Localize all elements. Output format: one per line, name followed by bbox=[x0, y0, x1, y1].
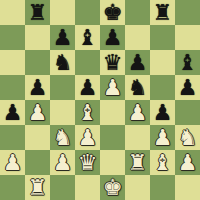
piece-black-knight[interactable]: ♞ bbox=[53, 50, 73, 75]
square-e8[interactable]: ♚ bbox=[100, 0, 125, 25]
square-f2[interactable]: ♜ bbox=[125, 150, 150, 175]
piece-white-queen[interactable]: ♛ bbox=[78, 150, 98, 175]
piece-black-pawn[interactable]: ♟ bbox=[103, 25, 123, 50]
square-b1[interactable]: ♜ bbox=[25, 175, 50, 200]
square-c7[interactable]: ♟ bbox=[50, 25, 75, 50]
square-f8[interactable] bbox=[125, 0, 150, 25]
square-h7[interactable] bbox=[175, 25, 200, 50]
piece-black-pawn[interactable]: ♟ bbox=[53, 25, 73, 50]
square-c6[interactable]: ♞ bbox=[50, 50, 75, 75]
square-h1[interactable] bbox=[175, 175, 200, 200]
piece-black-pawn[interactable]: ♟ bbox=[78, 75, 98, 100]
square-h8[interactable] bbox=[175, 0, 200, 25]
piece-white-pawn[interactable]: ♟ bbox=[53, 150, 73, 175]
piece-black-rook[interactable]: ♜ bbox=[153, 0, 173, 25]
piece-white-knight[interactable]: ♞ bbox=[178, 125, 198, 150]
square-c2[interactable]: ♟ bbox=[50, 150, 75, 175]
piece-black-pawn[interactable]: ♟ bbox=[128, 50, 148, 75]
square-g2[interactable]: ♝ bbox=[150, 150, 175, 175]
square-a7[interactable] bbox=[0, 25, 25, 50]
square-a4[interactable]: ♟ bbox=[0, 100, 25, 125]
piece-white-bishop[interactable]: ♝ bbox=[153, 150, 173, 175]
square-e7[interactable]: ♟ bbox=[100, 25, 125, 50]
square-b2[interactable] bbox=[25, 150, 50, 175]
square-d4[interactable]: ♝ bbox=[75, 100, 100, 125]
piece-white-rook[interactable]: ♜ bbox=[128, 150, 148, 175]
square-d1[interactable] bbox=[75, 175, 100, 200]
square-a8[interactable] bbox=[0, 0, 25, 25]
square-c3[interactable]: ♞ bbox=[50, 125, 75, 150]
piece-black-queen[interactable]: ♛ bbox=[103, 50, 123, 75]
square-d2[interactable]: ♛ bbox=[75, 150, 100, 175]
square-g6[interactable] bbox=[150, 50, 175, 75]
piece-white-bishop[interactable]: ♝ bbox=[78, 100, 98, 125]
square-f7[interactable] bbox=[125, 25, 150, 50]
square-b7[interactable] bbox=[25, 25, 50, 50]
square-b5[interactable]: ♟ bbox=[25, 75, 50, 100]
piece-white-knight[interactable]: ♞ bbox=[53, 125, 73, 150]
square-f5[interactable]: ♞ bbox=[125, 75, 150, 100]
square-a6[interactable] bbox=[0, 50, 25, 75]
square-b6[interactable] bbox=[25, 50, 50, 75]
square-d5[interactable]: ♟ bbox=[75, 75, 100, 100]
square-h3[interactable]: ♞ bbox=[175, 125, 200, 150]
square-d8[interactable] bbox=[75, 0, 100, 25]
square-e5[interactable]: ♟ bbox=[100, 75, 125, 100]
square-g3[interactable]: ♟ bbox=[150, 125, 175, 150]
piece-black-pawn[interactable]: ♟ bbox=[3, 100, 23, 125]
square-e2[interactable] bbox=[100, 150, 125, 175]
piece-black-bishop[interactable]: ♝ bbox=[78, 25, 98, 50]
square-f4[interactable]: ♟ bbox=[125, 100, 150, 125]
square-d6[interactable] bbox=[75, 50, 100, 75]
piece-black-pawn[interactable]: ♟ bbox=[178, 75, 198, 100]
piece-black-king[interactable]: ♚ bbox=[103, 0, 123, 25]
piece-white-pawn[interactable]: ♟ bbox=[178, 150, 198, 175]
square-g1[interactable] bbox=[150, 175, 175, 200]
piece-white-pawn[interactable]: ♟ bbox=[78, 125, 98, 150]
piece-white-pawn[interactable]: ♟ bbox=[103, 75, 123, 100]
square-d7[interactable]: ♝ bbox=[75, 25, 100, 50]
square-g5[interactable] bbox=[150, 75, 175, 100]
square-c4[interactable] bbox=[50, 100, 75, 125]
square-e3[interactable] bbox=[100, 125, 125, 150]
square-b4[interactable]: ♟ bbox=[25, 100, 50, 125]
square-d3[interactable]: ♟ bbox=[75, 125, 100, 150]
piece-black-pawn[interactable]: ♟ bbox=[153, 100, 173, 125]
square-f6[interactable]: ♟ bbox=[125, 50, 150, 75]
square-b3[interactable] bbox=[25, 125, 50, 150]
square-g7[interactable] bbox=[150, 25, 175, 50]
square-c5[interactable] bbox=[50, 75, 75, 100]
square-a3[interactable] bbox=[0, 125, 25, 150]
piece-white-pawn[interactable]: ♟ bbox=[28, 100, 48, 125]
piece-black-rook[interactable]: ♜ bbox=[28, 0, 48, 25]
piece-black-pawn[interactable]: ♟ bbox=[28, 75, 48, 100]
square-h4[interactable] bbox=[175, 100, 200, 125]
square-g8[interactable]: ♜ bbox=[150, 0, 175, 25]
chess-board: ♜♚♜♟♝♟♞♛♟♝♟♟♟♞♟♟♟♝♟♟♞♟♟♞♟♟♛♜♝♟♜♚ bbox=[0, 0, 200, 200]
square-e1[interactable]: ♚ bbox=[100, 175, 125, 200]
piece-black-bishop[interactable]: ♝ bbox=[178, 50, 198, 75]
piece-black-knight[interactable]: ♞ bbox=[128, 75, 148, 100]
square-f1[interactable] bbox=[125, 175, 150, 200]
square-c1[interactable] bbox=[50, 175, 75, 200]
square-f3[interactable] bbox=[125, 125, 150, 150]
square-h5[interactable]: ♟ bbox=[175, 75, 200, 100]
square-a1[interactable] bbox=[0, 175, 25, 200]
piece-white-king[interactable]: ♚ bbox=[103, 175, 123, 200]
square-h2[interactable]: ♟ bbox=[175, 150, 200, 175]
piece-white-pawn[interactable]: ♟ bbox=[3, 150, 23, 175]
square-e6[interactable]: ♛ bbox=[100, 50, 125, 75]
square-c8[interactable] bbox=[50, 0, 75, 25]
square-a2[interactable]: ♟ bbox=[0, 150, 25, 175]
square-e4[interactable] bbox=[100, 100, 125, 125]
piece-white-rook[interactable]: ♜ bbox=[28, 175, 48, 200]
square-h6[interactable]: ♝ bbox=[175, 50, 200, 75]
square-g4[interactable]: ♟ bbox=[150, 100, 175, 125]
piece-white-pawn[interactable]: ♟ bbox=[153, 125, 173, 150]
square-b8[interactable]: ♜ bbox=[25, 0, 50, 25]
piece-white-pawn[interactable]: ♟ bbox=[128, 100, 148, 125]
square-a5[interactable] bbox=[0, 75, 25, 100]
